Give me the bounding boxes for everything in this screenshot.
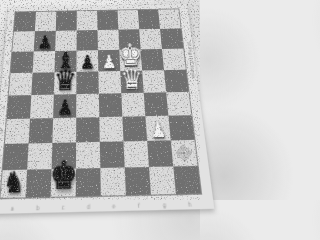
square-h7[interactable]	[160, 28, 183, 49]
board-margin: ♟♝♟♟♚♛♛♟♟♞♚ abcdefgh 87654321 ©PlainChes…	[0, 4, 200, 200]
piece-black-pawn[interactable]: ♟	[37, 34, 52, 52]
chess-board[interactable]: ♟♝♟♟♚♛♛♟♟♞♚	[0, 9, 200, 198]
square-e2[interactable]	[100, 141, 125, 168]
piece-black-knight[interactable]: ♞	[2, 168, 25, 198]
board-photo: ♟♝♟♟♚♛♛♟♟♞♚ abcdefgh 87654321 ©PlainChes…	[0, 4, 200, 200]
square-b8[interactable]	[35, 12, 56, 32]
square-f5[interactable]: ♛	[120, 71, 143, 94]
square-f2[interactable]	[123, 141, 149, 168]
square-a5[interactable]	[9, 73, 33, 96]
square-h4[interactable]	[166, 92, 191, 116]
square-c4[interactable]: ♟	[53, 94, 76, 118]
square-h8[interactable]	[158, 9, 181, 29]
square-h6[interactable]	[162, 49, 186, 71]
square-e5[interactable]	[98, 71, 121, 94]
square-g7[interactable]	[139, 29, 162, 50]
square-d8[interactable]	[77, 11, 98, 31]
square-g8[interactable]	[138, 10, 160, 30]
square-f4[interactable]	[121, 93, 145, 117]
piece-white-pawn[interactable]: ♟	[149, 119, 167, 141]
square-c3[interactable]	[52, 118, 76, 143]
square-g3[interactable]: ♟	[145, 116, 170, 141]
square-b6[interactable]	[33, 51, 56, 73]
square-h1[interactable]	[173, 166, 200, 194]
square-d3[interactable]	[76, 117, 100, 142]
square-g5[interactable]	[142, 70, 166, 93]
square-a3[interactable]	[5, 119, 30, 144]
square-c5[interactable]: ♛	[54, 72, 77, 95]
square-f1[interactable]	[125, 167, 151, 195]
square-b3[interactable]	[29, 118, 54, 143]
square-h3[interactable]	[168, 115, 194, 140]
square-e7[interactable]	[98, 30, 120, 51]
square-a1[interactable]: ♞	[0, 170, 27, 198]
square-g1[interactable]	[149, 166, 176, 194]
square-h5[interactable]	[164, 70, 189, 93]
square-b4[interactable]	[30, 95, 54, 119]
square-a7[interactable]	[12, 31, 35, 52]
square-f8[interactable]	[118, 10, 140, 30]
square-c1[interactable]: ♚	[51, 169, 76, 197]
square-d1[interactable]	[76, 168, 101, 196]
square-b2[interactable]	[27, 143, 52, 170]
square-d2[interactable]	[76, 142, 100, 169]
square-d5[interactable]	[76, 71, 98, 94]
diamond-ornament-icon	[171, 140, 198, 167]
piece-black-queen[interactable]: ♛	[54, 66, 77, 95]
square-e8[interactable]	[97, 10, 118, 30]
square-e1[interactable]	[100, 167, 126, 195]
square-b7[interactable]: ♟	[34, 31, 56, 52]
square-d6[interactable]: ♟	[76, 50, 98, 72]
piece-black-king[interactable]: ♚	[49, 157, 78, 197]
piece-black-pawn[interactable]: ♟	[57, 97, 73, 118]
square-c8[interactable]	[56, 11, 77, 31]
square-e4[interactable]	[99, 93, 123, 117]
piece-black-pawn[interactable]: ♟	[80, 53, 95, 72]
piece-white-queen[interactable]: ♛	[120, 65, 144, 94]
square-b5[interactable]	[31, 72, 54, 95]
square-e6[interactable]: ♟	[98, 50, 120, 72]
square-a4[interactable]	[7, 95, 31, 119]
square-g4[interactable]	[144, 92, 169, 116]
square-e3[interactable]	[99, 117, 123, 142]
square-a8[interactable]	[14, 12, 36, 32]
square-d4[interactable]	[76, 94, 99, 118]
square-g6[interactable]	[141, 49, 164, 71]
square-f3[interactable]	[122, 116, 147, 141]
square-g2[interactable]	[147, 140, 173, 167]
square-b1[interactable]	[26, 169, 52, 197]
brand-text: ©PlainChess	[186, 41, 197, 79]
square-d7[interactable]	[77, 30, 98, 51]
square-a6[interactable]	[11, 51, 34, 73]
piece-white-pawn[interactable]: ♟	[101, 53, 117, 72]
